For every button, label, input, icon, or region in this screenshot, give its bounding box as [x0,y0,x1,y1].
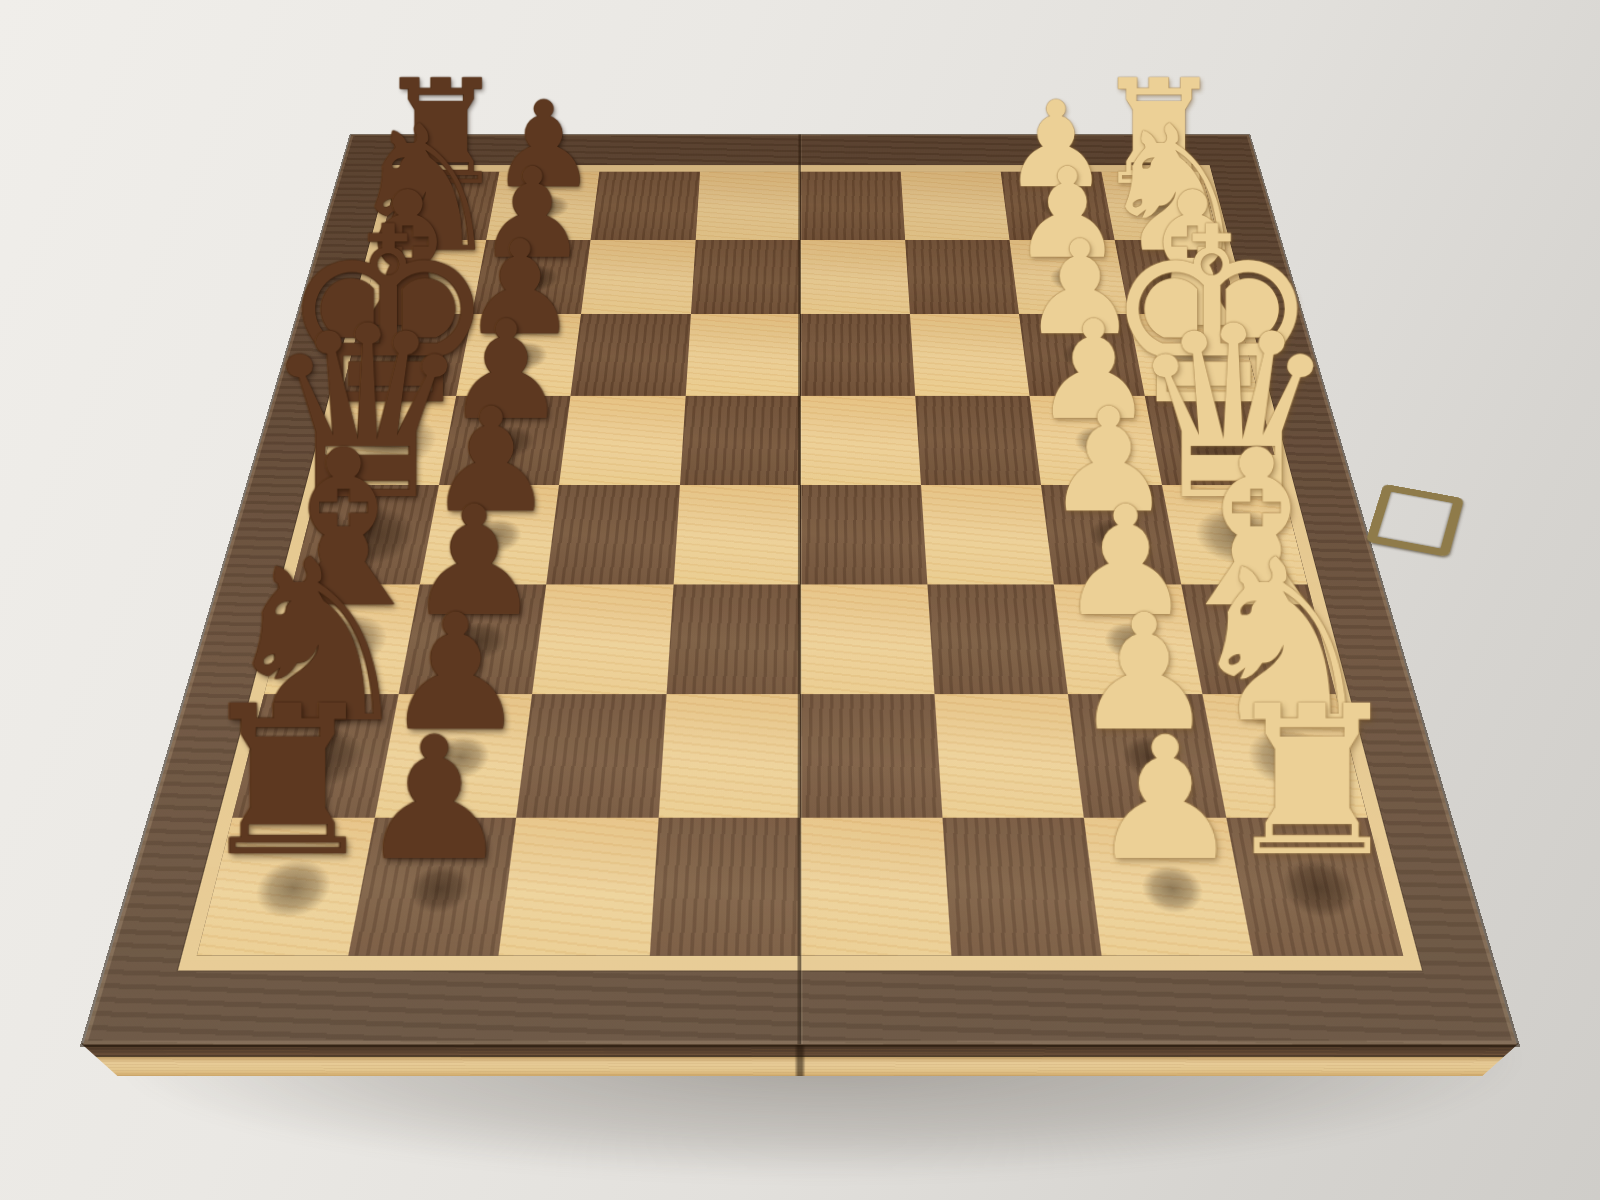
black-pawn-glyph: ♟ [358,715,510,885]
box-front-side [81,1043,1519,1076]
fold-seam [797,134,801,1044]
board-box: ♜♟♟♜♞♟♟♞♝♟♟♝♚♟♟♚♛♟♟♛♝♟♟♝♞♟♟♞♜♟♟♜ [83,135,1517,1045]
scene: ♜♟♟♜♞♟♟♞♝♟♟♝♚♟♟♚♛♟♟♛♝♟♟♝♞♟♟♞♜♟♟♜ [0,0,1600,1200]
photo-background: ♜♟♟♜♞♟♟♞♝♟♟♝♚♟♟♚♛♟♟♛♝♟♟♝♞♟♟♞♜♟♟♜ [0,0,1600,1200]
black-rook-glyph: ♜ [196,678,381,884]
white-rook-glyph: ♜ [1219,678,1404,884]
